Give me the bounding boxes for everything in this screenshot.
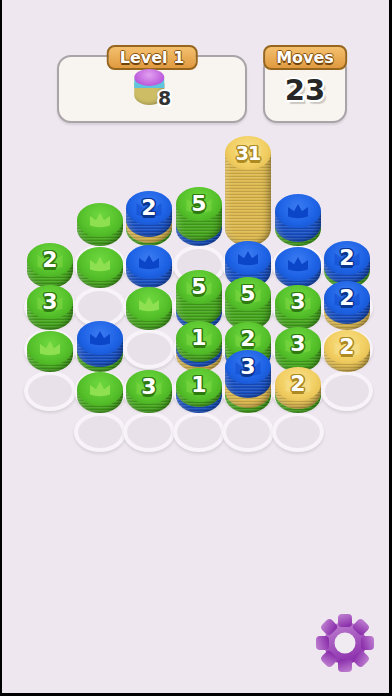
slot-r4c2[interactable]	[123, 412, 175, 452]
stack-r0c3-g-5[interactable]: 5	[176, 187, 222, 246]
coin-face: 3	[275, 327, 321, 361]
coin-face	[77, 321, 123, 355]
crown-icon	[88, 380, 112, 399]
stack-r0c2-b-2[interactable]: 2	[126, 191, 172, 246]
slot-r4c5[interactable]	[272, 412, 324, 452]
coin-face: 2	[275, 367, 321, 401]
coin-face: 3	[27, 285, 73, 319]
coin-face	[77, 372, 123, 406]
coin-face: 2	[324, 330, 370, 364]
crown-icon	[88, 329, 112, 348]
stack-count: 5	[240, 283, 255, 305]
stack-count: 2	[42, 249, 57, 271]
crown-icon	[286, 255, 310, 274]
stack-r4c1-g-crown[interactable]	[77, 372, 123, 413]
stack-count: 1	[191, 374, 206, 396]
stack-r0c1-g-crown[interactable]	[77, 203, 123, 246]
coin-face: 3	[126, 370, 172, 404]
stack-r3c3-g-1[interactable]: 1	[176, 321, 222, 372]
stack-r0c5-b-crown[interactable]	[275, 194, 321, 246]
coin-face: 3	[225, 350, 271, 384]
coin-face	[126, 245, 172, 279]
crown-icon	[236, 249, 260, 268]
settings-gear-button[interactable]	[313, 611, 377, 675]
crown-icon	[286, 202, 310, 221]
stack-r4c5-y-2[interactable]: 2	[275, 367, 321, 413]
coin-face: 2	[126, 191, 172, 225]
coin-face: 5	[176, 270, 222, 304]
stack-count: 5	[191, 276, 206, 298]
game-screen: Level 1 8 Moves 23 2531223553212323132	[2, 0, 389, 693]
coin-face: 5	[176, 187, 222, 221]
coin-face: 1	[176, 368, 222, 402]
stack-count: 2	[240, 328, 255, 350]
stack-r3c1-b-crown[interactable]	[77, 321, 123, 372]
stack-count: 31	[236, 144, 260, 163]
coin-face: 5	[225, 277, 271, 311]
coin-face	[275, 194, 321, 228]
coin-face	[225, 241, 271, 275]
coin-face: 1	[176, 321, 222, 355]
stack-r2c6-b-2[interactable]: 2	[324, 281, 370, 330]
stack-count: 3	[290, 333, 305, 355]
phone-frame: Level 1 8 Moves 23 2531223553212323132	[0, 0, 392, 696]
stack-r4c2-g-3[interactable]: 3	[126, 370, 172, 413]
coin-face: 3	[275, 285, 321, 319]
stack-count: 5	[191, 193, 206, 215]
coin-face	[27, 331, 73, 365]
coin-face: 2	[324, 281, 370, 315]
stack-count: 3	[141, 376, 156, 398]
coin-face	[77, 203, 123, 237]
crown-icon	[38, 339, 62, 358]
coin-face	[77, 247, 123, 281]
coin-face	[275, 247, 321, 281]
slot-r4c4[interactable]	[222, 412, 274, 452]
crown-icon	[88, 255, 112, 274]
stack-count: 2	[339, 247, 354, 269]
stack-r4c3-g-1[interactable]: 1	[176, 368, 222, 413]
stack-count: 3	[42, 291, 57, 313]
stack-r4c4-b-3[interactable]: 3	[225, 350, 271, 413]
stack-count: 2	[141, 197, 156, 219]
coin-face: 2	[324, 241, 370, 275]
coin-face	[126, 287, 172, 321]
stack-r1c1-g-crown[interactable]	[77, 247, 123, 288]
stack-count: 3	[290, 291, 305, 313]
stack-r2c0-g-3[interactable]: 3	[27, 285, 73, 330]
crown-icon	[88, 211, 112, 230]
stack-count: 3	[240, 356, 255, 378]
slot-r2c2[interactable]	[123, 329, 175, 369]
stack-count: 2	[339, 336, 354, 358]
crown-icon	[137, 253, 161, 272]
stack-r2c2-g-crown[interactable]	[126, 287, 172, 330]
slot-r4c3[interactable]	[173, 412, 225, 452]
stack-r1c0-g-2[interactable]: 2	[27, 243, 73, 288]
stack-count: 2	[339, 287, 354, 309]
stack-r1c2-b-crown[interactable]	[126, 245, 172, 288]
stack-r3c6-y-2[interactable]: 2	[324, 330, 370, 372]
stack-r3c0-g-crown[interactable]	[27, 331, 73, 372]
board: 2531223553212323132	[2, 0, 389, 693]
stack-count: 1	[191, 327, 206, 349]
stack-r3c5-g-3[interactable]: 3	[275, 327, 321, 372]
stack-r0c4-y-31[interactable]: 31	[225, 136, 271, 246]
stack-count: 2	[290, 373, 305, 395]
slot-r3c0[interactable]	[24, 371, 76, 411]
coin-face: 2	[27, 243, 73, 277]
gear-icon	[313, 611, 377, 675]
slot-r4c1[interactable]	[74, 412, 126, 452]
slot-r3c6[interactable]	[321, 371, 373, 411]
stack-r2c5-g-3[interactable]: 3	[275, 285, 321, 330]
stack-r1c5-b-crown[interactable]	[275, 247, 321, 288]
coin-face: 31	[225, 136, 271, 170]
crown-icon	[137, 295, 161, 314]
